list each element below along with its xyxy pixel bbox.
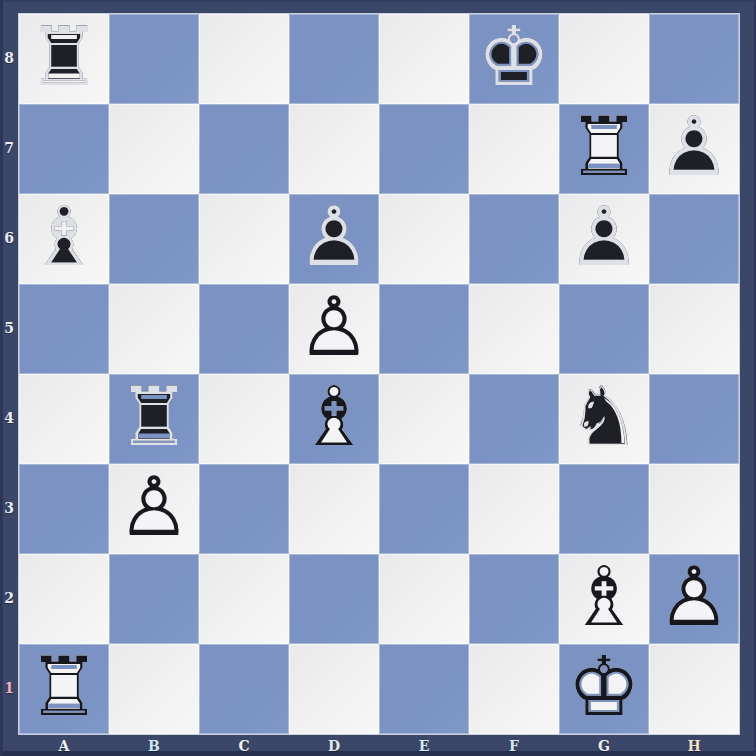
square-d7[interactable] — [289, 104, 379, 194]
square-h3[interactable] — [649, 464, 739, 554]
square-d4[interactable]: ♝♗ — [289, 374, 379, 464]
square-b8[interactable] — [109, 14, 199, 104]
square-b7[interactable] — [109, 104, 199, 194]
piece-white-king-g1: ♚♔ — [559, 644, 649, 734]
square-f7[interactable] — [469, 104, 559, 194]
chess-diagram-frame: ♜♖♚♔♜♖♟♙♝♗♟♙♟♙♟♙♜♖♝♗♞♘♟♙♝♗♟♙♜♖♚♔ 8765432… — [0, 0, 756, 756]
rank-label-8: 8 — [0, 13, 18, 103]
square-e8[interactable] — [379, 14, 469, 104]
file-label-c: C — [199, 736, 289, 756]
square-b2[interactable] — [109, 554, 199, 644]
square-d3[interactable] — [289, 464, 379, 554]
file-label-e: E — [379, 736, 469, 756]
square-g6[interactable]: ♟♙ — [559, 194, 649, 284]
rank-label-2: 2 — [0, 553, 18, 643]
square-e2[interactable] — [379, 554, 469, 644]
square-a4[interactable] — [19, 374, 109, 464]
square-c7[interactable] — [199, 104, 289, 194]
piece-black-pawn-h7: ♟♙ — [649, 104, 739, 194]
square-h6[interactable] — [649, 194, 739, 284]
square-c5[interactable] — [199, 284, 289, 374]
piece-white-pawn-b3: ♟♙ — [109, 464, 199, 554]
chess-board: ♜♖♚♔♜♖♟♙♝♗♟♙♟♙♟♙♜♖♝♗♞♘♟♙♝♗♟♙♜♖♚♔ — [18, 13, 740, 735]
file-label-b: B — [109, 736, 199, 756]
rank-label-1: 1 — [0, 643, 18, 733]
piece-black-pawn-d6: ♟♙ — [289, 194, 379, 284]
square-g1[interactable]: ♚♔ — [559, 644, 649, 734]
square-h4[interactable] — [649, 374, 739, 464]
square-d2[interactable] — [289, 554, 379, 644]
square-c6[interactable] — [199, 194, 289, 284]
square-d1[interactable] — [289, 644, 379, 734]
piece-black-king-f8: ♚♔ — [469, 14, 559, 104]
square-a2[interactable] — [19, 554, 109, 644]
square-b6[interactable] — [109, 194, 199, 284]
piece-white-bishop-g2: ♝♗ — [559, 554, 649, 644]
square-h8[interactable] — [649, 14, 739, 104]
square-e6[interactable] — [379, 194, 469, 284]
square-a1[interactable]: ♜♖ — [19, 644, 109, 734]
rank-label-3: 3 — [0, 463, 18, 553]
square-f1[interactable] — [469, 644, 559, 734]
square-h7[interactable]: ♟♙ — [649, 104, 739, 194]
piece-white-rook-a1: ♜♖ — [19, 644, 109, 734]
square-g5[interactable] — [559, 284, 649, 374]
square-f4[interactable] — [469, 374, 559, 464]
square-c1[interactable] — [199, 644, 289, 734]
rank-label-6: 6 — [0, 193, 18, 283]
piece-white-bishop-d4: ♝♗ — [289, 374, 379, 464]
square-c2[interactable] — [199, 554, 289, 644]
file-label-h: H — [649, 736, 739, 756]
square-d8[interactable] — [289, 14, 379, 104]
square-a7[interactable] — [19, 104, 109, 194]
piece-black-rook-b4: ♜♖ — [109, 374, 199, 464]
square-e5[interactable] — [379, 284, 469, 374]
file-label-d: D — [289, 736, 379, 756]
square-g3[interactable] — [559, 464, 649, 554]
square-e3[interactable] — [379, 464, 469, 554]
square-e1[interactable] — [379, 644, 469, 734]
square-a3[interactable] — [19, 464, 109, 554]
square-b4[interactable]: ♜♖ — [109, 374, 199, 464]
file-label-f: F — [469, 736, 559, 756]
square-g8[interactable] — [559, 14, 649, 104]
square-b1[interactable] — [109, 644, 199, 734]
square-d6[interactable]: ♟♙ — [289, 194, 379, 284]
square-b5[interactable] — [109, 284, 199, 374]
square-f8[interactable]: ♚♔ — [469, 14, 559, 104]
piece-white-pawn-d5: ♟♙ — [289, 284, 379, 374]
piece-black-rook-a8: ♜♖ — [19, 14, 109, 104]
piece-white-rook-g7: ♜♖ — [559, 104, 649, 194]
piece-black-knight-g4: ♞♘ — [559, 374, 649, 464]
square-d5[interactable]: ♟♙ — [289, 284, 379, 374]
square-f6[interactable] — [469, 194, 559, 284]
square-g7[interactable]: ♜♖ — [559, 104, 649, 194]
file-label-g: G — [559, 736, 649, 756]
square-h5[interactable] — [649, 284, 739, 374]
square-g4[interactable]: ♞♘ — [559, 374, 649, 464]
square-a8[interactable]: ♜♖ — [19, 14, 109, 104]
square-h2[interactable]: ♟♙ — [649, 554, 739, 644]
square-c8[interactable] — [199, 14, 289, 104]
square-a6[interactable]: ♝♗ — [19, 194, 109, 284]
square-c4[interactable] — [199, 374, 289, 464]
square-b3[interactable]: ♟♙ — [109, 464, 199, 554]
square-f3[interactable] — [469, 464, 559, 554]
piece-black-pawn-g6: ♟♙ — [559, 194, 649, 284]
rank-label-5: 5 — [0, 283, 18, 373]
rank-label-4: 4 — [0, 373, 18, 463]
square-g2[interactable]: ♝♗ — [559, 554, 649, 644]
square-e7[interactable] — [379, 104, 469, 194]
square-e4[interactable] — [379, 374, 469, 464]
square-c3[interactable] — [199, 464, 289, 554]
square-h1[interactable] — [649, 644, 739, 734]
square-f2[interactable] — [469, 554, 559, 644]
piece-black-bishop-a6: ♝♗ — [19, 194, 109, 284]
square-f5[interactable] — [469, 284, 559, 374]
square-a5[interactable] — [19, 284, 109, 374]
piece-white-pawn-h2: ♟♙ — [649, 554, 739, 644]
file-label-a: A — [19, 736, 109, 756]
rank-label-7: 7 — [0, 103, 18, 193]
